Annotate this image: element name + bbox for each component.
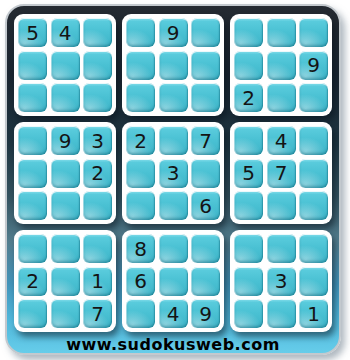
- sudoku-cell-r2c6[interactable]: [191, 51, 220, 80]
- sudoku-cell-r9c9[interactable]: 1: [299, 299, 328, 328]
- sudoku-cell-r8c8[interactable]: 3: [267, 267, 296, 296]
- sudoku-cell-r5c3[interactable]: 2: [83, 159, 112, 188]
- sudoku-cell-r6c3[interactable]: [83, 191, 112, 220]
- sudoku-cell-r3c3[interactable]: [83, 83, 112, 112]
- sudoku-cell-r3c2[interactable]: [51, 83, 80, 112]
- sudoku-cell-r6c2[interactable]: [51, 191, 80, 220]
- sudoku-cell-r1c3[interactable]: [83, 18, 112, 47]
- sudoku-cell-r1c8[interactable]: [267, 18, 296, 47]
- sudoku-cell-r8c3[interactable]: 1: [83, 267, 112, 296]
- sudoku-cell-r7c8[interactable]: [267, 234, 296, 263]
- sudoku-cell-r1c1[interactable]: 5: [18, 18, 47, 47]
- sudoku-cell-r4c5[interactable]: [159, 126, 188, 155]
- sudoku-cell-r8c2[interactable]: [51, 267, 80, 296]
- sudoku-cell-r7c2[interactable]: [51, 234, 80, 263]
- sudoku-cell-r4c2[interactable]: 9: [51, 126, 80, 155]
- sudoku-cell-r3c9[interactable]: [299, 83, 328, 112]
- sudoku-cell-r4c6[interactable]: 7: [191, 126, 220, 155]
- sudoku-cell-r6c4[interactable]: [126, 191, 155, 220]
- sudoku-cell-r6c8[interactable]: [267, 191, 296, 220]
- sudoku-box-1: 54: [14, 14, 116, 116]
- sudoku-cell-r3c1[interactable]: [18, 83, 47, 112]
- sudoku-cell-r9c7[interactable]: [234, 299, 263, 328]
- sudoku-cell-r8c7[interactable]: [234, 267, 263, 296]
- sudoku-cell-r5c5[interactable]: 3: [159, 159, 188, 188]
- sudoku-cell-r9c2[interactable]: [51, 299, 80, 328]
- sudoku-cell-r4c1[interactable]: [18, 126, 47, 155]
- sudoku-cell-r9c5[interactable]: 4: [159, 299, 188, 328]
- sudoku-cell-r8c6[interactable]: [191, 267, 220, 296]
- sudoku-cell-r9c1[interactable]: [18, 299, 47, 328]
- sudoku-cell-r1c5[interactable]: 9: [159, 18, 188, 47]
- sudoku-box-7: 217: [14, 230, 116, 332]
- sudoku-cell-r2c2[interactable]: [51, 51, 80, 80]
- sudoku-box-8: 8649: [122, 230, 224, 332]
- sudoku-cell-r9c3[interactable]: 7: [83, 299, 112, 328]
- sudoku-box-4: 932: [14, 122, 116, 224]
- sudoku-cell-r9c6[interactable]: 9: [191, 299, 220, 328]
- sudoku-cell-r7c1[interactable]: [18, 234, 47, 263]
- sudoku-cell-r1c6[interactable]: [191, 18, 220, 47]
- sudoku-cell-r4c8[interactable]: 4: [267, 126, 296, 155]
- sudoku-box-3: 92: [230, 14, 332, 116]
- sudoku-cell-r6c1[interactable]: [18, 191, 47, 220]
- sudoku-cell-r7c7[interactable]: [234, 234, 263, 263]
- sudoku-cell-r6c7[interactable]: [234, 191, 263, 220]
- sudoku-cell-r5c4[interactable]: [126, 159, 155, 188]
- sudoku-cell-r5c7[interactable]: 5: [234, 159, 263, 188]
- sudoku-cell-r3c6[interactable]: [191, 83, 220, 112]
- sudoku-cell-r7c5[interactable]: [159, 234, 188, 263]
- sudoku-cell-r4c7[interactable]: [234, 126, 263, 155]
- sudoku-cell-r2c3[interactable]: [83, 51, 112, 80]
- sudoku-cell-r8c4[interactable]: 6: [126, 267, 155, 296]
- sudoku-board: 549929322736457217864931 www.sudokusweb.…: [5, 4, 341, 355]
- sudoku-cell-r2c8[interactable]: [267, 51, 296, 80]
- sudoku-cell-r3c7[interactable]: 2: [234, 83, 263, 112]
- sudoku-cell-r3c5[interactable]: [159, 83, 188, 112]
- sudoku-cell-r7c6[interactable]: [191, 234, 220, 263]
- sudoku-box-9: 31: [230, 230, 332, 332]
- sudoku-grid: 549929322736457217864931: [7, 14, 339, 332]
- sudoku-cell-r7c9[interactable]: [299, 234, 328, 263]
- sudoku-cell-r9c4[interactable]: [126, 299, 155, 328]
- sudoku-cell-r3c4[interactable]: [126, 83, 155, 112]
- sudoku-cell-r3c8[interactable]: [267, 83, 296, 112]
- sudoku-cell-r1c4[interactable]: [126, 18, 155, 47]
- sudoku-cell-r2c5[interactable]: [159, 51, 188, 80]
- sudoku-cell-r8c1[interactable]: 2: [18, 267, 47, 296]
- sudoku-cell-r2c7[interactable]: [234, 51, 263, 80]
- sudoku-cell-r1c9[interactable]: [299, 18, 328, 47]
- sudoku-cell-r5c1[interactable]: [18, 159, 47, 188]
- sudoku-cell-r8c5[interactable]: [159, 267, 188, 296]
- sudoku-cell-r2c9[interactable]: 9: [299, 51, 328, 80]
- site-url: www.sudokusweb.com: [7, 335, 339, 354]
- sudoku-box-5: 2736: [122, 122, 224, 224]
- sudoku-cell-r4c9[interactable]: [299, 126, 328, 155]
- sudoku-cell-r5c2[interactable]: [51, 159, 80, 188]
- sudoku-cell-r6c6[interactable]: 6: [191, 191, 220, 220]
- sudoku-box-2: 9: [122, 14, 224, 116]
- sudoku-cell-r7c3[interactable]: [83, 234, 112, 263]
- sudoku-cell-r6c5[interactable]: [159, 191, 188, 220]
- sudoku-cell-r4c4[interactable]: 2: [126, 126, 155, 155]
- sudoku-cell-r6c9[interactable]: [299, 191, 328, 220]
- sudoku-cell-r1c7[interactable]: [234, 18, 263, 47]
- sudoku-cell-r9c8[interactable]: [267, 299, 296, 328]
- sudoku-cell-r2c1[interactable]: [18, 51, 47, 80]
- sudoku-cell-r1c2[interactable]: 4: [51, 18, 80, 47]
- sudoku-box-6: 457: [230, 122, 332, 224]
- sudoku-cell-r7c4[interactable]: 8: [126, 234, 155, 263]
- sudoku-cell-r8c9[interactable]: [299, 267, 328, 296]
- sudoku-cell-r5c9[interactable]: [299, 159, 328, 188]
- sudoku-cell-r4c3[interactable]: 3: [83, 126, 112, 155]
- sudoku-cell-r5c8[interactable]: 7: [267, 159, 296, 188]
- sudoku-cell-r2c4[interactable]: [126, 51, 155, 80]
- sudoku-cell-r5c6[interactable]: [191, 159, 220, 188]
